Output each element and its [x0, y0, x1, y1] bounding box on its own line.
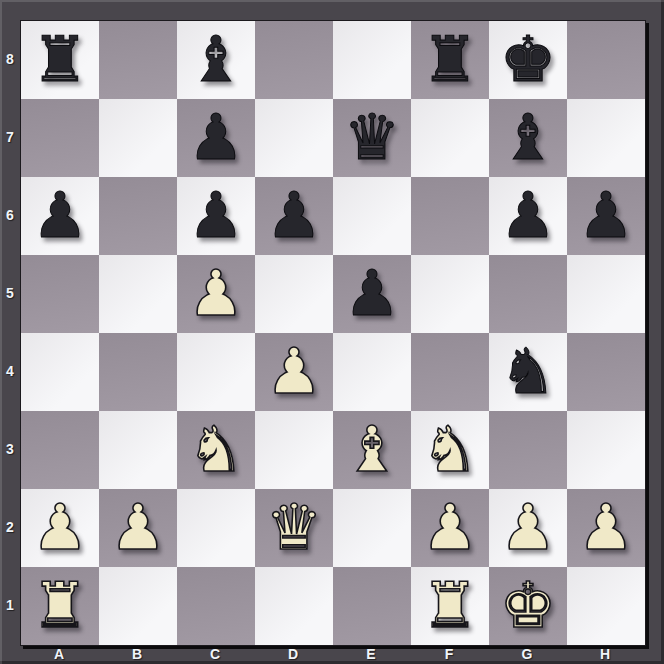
square-g4[interactable]: ♞ — [489, 333, 567, 411]
square-a3[interactable] — [21, 411, 99, 489]
black-pawn-g6[interactable]: ♟ — [500, 177, 556, 255]
black-king-g8[interactable]: ♚ — [500, 21, 556, 99]
square-a1[interactable]: ♜ — [21, 567, 99, 645]
square-d2[interactable]: ♛ — [255, 489, 333, 567]
rank-label-5: 5 — [0, 254, 20, 332]
black-pawn-e5[interactable]: ♟ — [344, 255, 400, 333]
square-a8[interactable]: ♜ — [21, 21, 99, 99]
square-h2[interactable]: ♟ — [567, 489, 645, 567]
white-king-g1[interactable]: ♚ — [500, 567, 556, 645]
white-pawn-f2[interactable]: ♟ — [422, 489, 478, 567]
square-c6[interactable]: ♟ — [177, 177, 255, 255]
square-e2[interactable] — [333, 489, 411, 567]
square-e5[interactable]: ♟ — [333, 255, 411, 333]
file-label-d: D — [254, 644, 332, 664]
black-pawn-h6[interactable]: ♟ — [578, 177, 634, 255]
square-d1[interactable] — [255, 567, 333, 645]
file-label-h: H — [566, 644, 644, 664]
black-knight-g4[interactable]: ♞ — [500, 333, 556, 411]
square-d7[interactable] — [255, 99, 333, 177]
file-labels: ABCDEFGH — [20, 644, 644, 664]
rank-label-6: 6 — [0, 176, 20, 254]
file-label-g: G — [488, 644, 566, 664]
square-e1[interactable] — [333, 567, 411, 645]
square-h5[interactable] — [567, 255, 645, 333]
square-f4[interactable] — [411, 333, 489, 411]
square-h4[interactable] — [567, 333, 645, 411]
square-e6[interactable] — [333, 177, 411, 255]
white-pawn-a2[interactable]: ♟ — [32, 489, 88, 567]
square-c5[interactable]: ♟ — [177, 255, 255, 333]
square-a7[interactable] — [21, 99, 99, 177]
square-f5[interactable] — [411, 255, 489, 333]
square-g7[interactable]: ♝ — [489, 99, 567, 177]
rank-label-4: 4 — [0, 332, 20, 410]
square-b8[interactable] — [99, 21, 177, 99]
chess-board: ♜♝♜♚♟♛♝♟♟♟♟♟♟♟♟♞♞♝♞♟♟♛♟♟♟♜♜♚ — [20, 20, 646, 646]
square-h1[interactable] — [567, 567, 645, 645]
rank-labels: 87654321 — [0, 20, 20, 644]
rank-label-3: 3 — [0, 410, 20, 488]
square-f7[interactable] — [411, 99, 489, 177]
square-g1[interactable]: ♚ — [489, 567, 567, 645]
rank-label-7: 7 — [0, 98, 20, 176]
square-d5[interactable] — [255, 255, 333, 333]
square-e4[interactable] — [333, 333, 411, 411]
white-rook-a1[interactable]: ♜ — [32, 567, 88, 645]
square-b7[interactable] — [99, 99, 177, 177]
square-a2[interactable]: ♟ — [21, 489, 99, 567]
square-f3[interactable]: ♞ — [411, 411, 489, 489]
file-label-b: B — [98, 644, 176, 664]
black-queen-e7[interactable]: ♛ — [344, 99, 400, 177]
black-pawn-d6[interactable]: ♟ — [266, 177, 322, 255]
black-pawn-a6[interactable]: ♟ — [32, 177, 88, 255]
square-b2[interactable]: ♟ — [99, 489, 177, 567]
rank-label-2: 2 — [0, 488, 20, 566]
square-c8[interactable]: ♝ — [177, 21, 255, 99]
white-queen-d2[interactable]: ♛ — [266, 489, 322, 567]
white-knight-f3[interactable]: ♞ — [422, 411, 478, 489]
square-g8[interactable]: ♚ — [489, 21, 567, 99]
black-bishop-c8[interactable]: ♝ — [188, 21, 244, 99]
square-d8[interactable] — [255, 21, 333, 99]
file-label-e: E — [332, 644, 410, 664]
square-d6[interactable]: ♟ — [255, 177, 333, 255]
square-b5[interactable] — [99, 255, 177, 333]
file-label-c: C — [176, 644, 254, 664]
white-pawn-d4[interactable]: ♟ — [266, 333, 322, 411]
square-a4[interactable] — [21, 333, 99, 411]
square-a5[interactable] — [21, 255, 99, 333]
square-b3[interactable] — [99, 411, 177, 489]
square-f2[interactable]: ♟ — [411, 489, 489, 567]
black-pawn-c6[interactable]: ♟ — [188, 177, 244, 255]
white-pawn-b2[interactable]: ♟ — [110, 489, 166, 567]
square-e7[interactable]: ♛ — [333, 99, 411, 177]
square-d4[interactable]: ♟ — [255, 333, 333, 411]
white-pawn-h2[interactable]: ♟ — [578, 489, 634, 567]
square-g3[interactable] — [489, 411, 567, 489]
square-g6[interactable]: ♟ — [489, 177, 567, 255]
square-c1[interactable] — [177, 567, 255, 645]
square-a6[interactable]: ♟ — [21, 177, 99, 255]
square-f1[interactable]: ♜ — [411, 567, 489, 645]
file-label-f: F — [410, 644, 488, 664]
square-h7[interactable] — [567, 99, 645, 177]
rank-label-1: 1 — [0, 566, 20, 644]
square-e8[interactable] — [333, 21, 411, 99]
square-g5[interactable] — [489, 255, 567, 333]
square-f6[interactable] — [411, 177, 489, 255]
square-c7[interactable]: ♟ — [177, 99, 255, 177]
square-h6[interactable]: ♟ — [567, 177, 645, 255]
square-f8[interactable]: ♜ — [411, 21, 489, 99]
black-rook-a8[interactable]: ♜ — [32, 21, 88, 99]
white-knight-c3[interactable]: ♞ — [188, 411, 244, 489]
square-h3[interactable] — [567, 411, 645, 489]
square-e3[interactable]: ♝ — [333, 411, 411, 489]
square-c2[interactable] — [177, 489, 255, 567]
square-b4[interactable] — [99, 333, 177, 411]
white-pawn-g2[interactable]: ♟ — [500, 489, 556, 567]
square-b1[interactable] — [99, 567, 177, 645]
file-label-a: A — [20, 644, 98, 664]
square-b6[interactable] — [99, 177, 177, 255]
white-bishop-e3[interactable]: ♝ — [344, 411, 400, 489]
square-c4[interactable] — [177, 333, 255, 411]
black-bishop-g7[interactable]: ♝ — [500, 99, 556, 177]
white-rook-f1[interactable]: ♜ — [422, 567, 478, 645]
rank-label-8: 8 — [0, 20, 20, 98]
chess-board-frame: 87654321 ABCDEFGH ♜♝♜♚♟♛♝♟♟♟♟♟♟♟♟♞♞♝♞♟♟♛… — [0, 0, 664, 664]
square-g2[interactable]: ♟ — [489, 489, 567, 567]
square-c3[interactable]: ♞ — [177, 411, 255, 489]
square-d3[interactable] — [255, 411, 333, 489]
black-pawn-c7[interactable]: ♟ — [188, 99, 244, 177]
white-pawn-c5[interactable]: ♟ — [188, 255, 244, 333]
black-rook-f8[interactable]: ♜ — [422, 21, 478, 99]
square-h8[interactable] — [567, 21, 645, 99]
